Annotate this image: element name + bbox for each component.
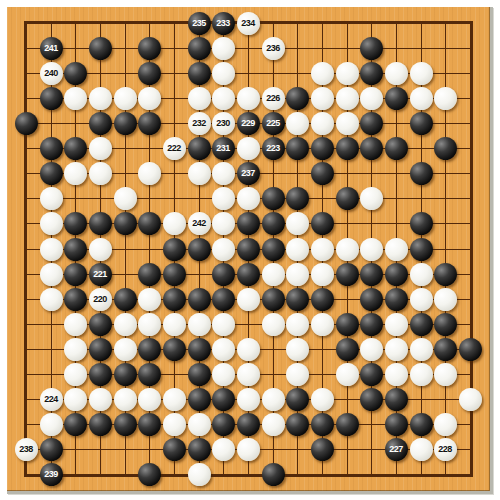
stone-black: 229 [237, 112, 260, 135]
move-number-label: 225 [266, 119, 280, 128]
stone-white [311, 87, 334, 110]
stone-white [188, 463, 211, 486]
stone-black [336, 187, 359, 210]
stone-white [336, 87, 359, 110]
move-number-label: 234 [241, 19, 255, 28]
stone-black [410, 162, 433, 185]
stone-black [188, 62, 211, 85]
stone-black [434, 338, 457, 361]
stone-black [114, 112, 137, 135]
stone-black [188, 137, 211, 160]
stone-white [262, 413, 285, 436]
stone-white [360, 338, 383, 361]
stone-black [138, 463, 161, 486]
stone-white [237, 137, 260, 160]
stone-black [336, 413, 359, 436]
stone-white [212, 338, 235, 361]
stone-white [212, 363, 235, 386]
stone-white [286, 238, 309, 261]
stone-black [262, 238, 285, 261]
move-number-label: 239 [44, 470, 58, 479]
move-number-label: 223 [266, 144, 280, 153]
stone-white [40, 288, 63, 311]
stone-black [163, 288, 186, 311]
stone-white [286, 263, 309, 286]
stone-white [188, 162, 211, 185]
stone-white [262, 388, 285, 411]
move-number-label: 233 [216, 19, 230, 28]
stone-white [163, 212, 186, 235]
move-number-label: 221 [93, 270, 107, 279]
stone-white [434, 87, 457, 110]
stone-black [360, 137, 383, 160]
stone-white [311, 112, 334, 135]
stone-black [138, 263, 161, 286]
move-number-label: 240 [44, 69, 58, 78]
stone-white [459, 388, 482, 411]
move-number-label: 238 [19, 445, 33, 454]
stone-black [163, 438, 186, 461]
move-number-label: 231 [216, 144, 230, 153]
move-number-label: 232 [192, 119, 206, 128]
stone-black [459, 338, 482, 361]
stone-black [188, 238, 211, 261]
stone-black [15, 112, 38, 135]
stone-white [64, 338, 87, 361]
stone-black [262, 187, 285, 210]
stone-white [286, 363, 309, 386]
stone-white [40, 238, 63, 261]
stone-black [237, 263, 260, 286]
stone-white [237, 288, 260, 311]
stone-black [188, 388, 211, 411]
stone-black [64, 288, 87, 311]
stone-black [262, 288, 285, 311]
stone-white [385, 62, 408, 85]
stone-white [212, 62, 235, 85]
stone-white [212, 313, 235, 336]
stone-black [262, 212, 285, 235]
stone-black [311, 438, 334, 461]
stone-black [385, 137, 408, 160]
stone-black [385, 263, 408, 286]
stone-white [286, 313, 309, 336]
stone-white [237, 438, 260, 461]
stone-black: 225 [262, 112, 285, 135]
move-number-label: 220 [93, 295, 107, 304]
stone-white [188, 413, 211, 436]
stone-black [40, 87, 63, 110]
stone-black [114, 288, 137, 311]
stone-black [311, 162, 334, 185]
stone-black [434, 137, 457, 160]
stone-black [40, 438, 63, 461]
stone-black: 241 [40, 37, 63, 60]
stone-black [89, 212, 112, 235]
stone-black: 233 [212, 12, 235, 35]
stone-black [360, 313, 383, 336]
stone-black [286, 413, 309, 436]
stone-white [311, 263, 334, 286]
stone-black [360, 112, 383, 135]
stone-black [360, 263, 383, 286]
stone-black: 223 [262, 137, 285, 160]
stone-white: 220 [89, 288, 112, 311]
stone-black [286, 87, 309, 110]
stone-black [188, 363, 211, 386]
stone-black [385, 288, 408, 311]
move-number-label: 230 [216, 119, 230, 128]
stone-white [434, 363, 457, 386]
go-app-page: 2352332342412362402262322302292252222312… [0, 0, 500, 500]
stone-black [360, 363, 383, 386]
stone-black [237, 212, 260, 235]
stone-black [163, 238, 186, 261]
stone-white [114, 338, 137, 361]
stone-black: 239 [40, 463, 63, 486]
stone-black [311, 212, 334, 235]
stone-black [188, 338, 211, 361]
stone-black: 237 [237, 162, 260, 185]
stone-black [138, 62, 161, 85]
stone-black [64, 238, 87, 261]
stone-black [237, 413, 260, 436]
stone-black [138, 112, 161, 135]
stone-white [385, 363, 408, 386]
stone-black [212, 388, 235, 411]
stone-black [286, 137, 309, 160]
stone-white [336, 363, 359, 386]
stone-white [360, 238, 383, 261]
stone-black [138, 338, 161, 361]
stone-black [385, 87, 408, 110]
move-number-label: 242 [192, 219, 206, 228]
stone-black [434, 263, 457, 286]
move-number-label: 226 [266, 94, 280, 103]
stone-black [360, 288, 383, 311]
stone-white [138, 162, 161, 185]
stone-black [336, 137, 359, 160]
stone-black [385, 413, 408, 436]
stone-black [64, 413, 87, 436]
stone-white [114, 187, 137, 210]
stone-white [410, 438, 433, 461]
stone-white [410, 263, 433, 286]
stone-white [360, 87, 383, 110]
stone-black [188, 37, 211, 60]
stone-black [336, 338, 359, 361]
stone-white [163, 388, 186, 411]
stone-white [311, 388, 334, 411]
stone-white [89, 137, 112, 160]
stone-black [410, 238, 433, 261]
stone-white [212, 238, 235, 261]
stone-white [138, 388, 161, 411]
move-number-label: 235 [192, 19, 206, 28]
stone-black [138, 363, 161, 386]
stone-black [138, 413, 161, 436]
stone-white: 238 [15, 438, 38, 461]
stone-black [286, 388, 309, 411]
stone-white [40, 263, 63, 286]
stone-white: 230 [212, 112, 235, 135]
move-number-label: 241 [44, 44, 58, 53]
stone-black: 235 [188, 12, 211, 35]
stone-white: 232 [188, 112, 211, 135]
stone-white [434, 413, 457, 436]
stone-black [336, 263, 359, 286]
stone-black [114, 212, 137, 235]
stone-white [410, 62, 433, 85]
stone-white [311, 313, 334, 336]
stone-black [163, 338, 186, 361]
stone-white [163, 413, 186, 436]
stone-white [385, 238, 408, 261]
stone-white [212, 212, 235, 235]
stone-black [64, 263, 87, 286]
stone-white [434, 288, 457, 311]
stone-white [410, 87, 433, 110]
stone-white [212, 162, 235, 185]
stone-black [89, 413, 112, 436]
stone-black: 231 [212, 137, 235, 160]
stone-black [40, 162, 63, 185]
stone-white: 222 [163, 137, 186, 160]
stone-black [360, 388, 383, 411]
stone-white [212, 187, 235, 210]
stone-black [114, 413, 137, 436]
stone-black [64, 62, 87, 85]
stone-black [212, 288, 235, 311]
stone-white [40, 187, 63, 210]
stone-black [188, 438, 211, 461]
stone-black [114, 363, 137, 386]
stone-white [212, 37, 235, 60]
stone-white [64, 388, 87, 411]
stone-white [286, 338, 309, 361]
stone-black [212, 263, 235, 286]
stone-black [237, 238, 260, 261]
stone-white [237, 187, 260, 210]
stone-black [385, 388, 408, 411]
stone-white: 224 [40, 388, 63, 411]
stone-black [64, 137, 87, 160]
stone-white: 240 [40, 62, 63, 85]
stone-white [262, 263, 285, 286]
stone-white: 226 [262, 87, 285, 110]
stone-white [64, 363, 87, 386]
stone-white [385, 313, 408, 336]
stone-white [212, 87, 235, 110]
stone-white [114, 388, 137, 411]
stone-white: 228 [434, 438, 457, 461]
stone-white [64, 87, 87, 110]
stone-white [286, 112, 309, 135]
stone-black [188, 288, 211, 311]
stone-black [410, 413, 433, 436]
stone-black [311, 137, 334, 160]
move-number-label: 236 [266, 44, 280, 53]
stone-black [89, 112, 112, 135]
stone-white [89, 388, 112, 411]
stone-black [434, 313, 457, 336]
stone-black [286, 288, 309, 311]
stone-black [138, 37, 161, 60]
stone-black [410, 313, 433, 336]
stone-black: 221 [89, 263, 112, 286]
stone-black [163, 263, 186, 286]
stone-white [237, 87, 260, 110]
stone-white [138, 87, 161, 110]
stone-black [410, 212, 433, 235]
stone-white [336, 62, 359, 85]
stone-white [89, 162, 112, 185]
stone-black [64, 212, 87, 235]
stone-white [311, 62, 334, 85]
stone-black [138, 212, 161, 235]
stone-black [212, 413, 235, 436]
stone-black [311, 413, 334, 436]
stone-white [40, 212, 63, 235]
stone-black [89, 313, 112, 336]
stone-black [89, 338, 112, 361]
stone-white [114, 87, 137, 110]
stone-white [360, 187, 383, 210]
stone-white [188, 87, 211, 110]
stone-white [114, 313, 137, 336]
move-number-label: 222 [167, 144, 181, 153]
stone-black [89, 37, 112, 60]
stone-black [262, 463, 285, 486]
stone-white [138, 288, 161, 311]
stone-white [237, 388, 260, 411]
move-number-label: 237 [241, 169, 255, 178]
stone-black [360, 62, 383, 85]
stone-white [163, 313, 186, 336]
move-number-label: 227 [389, 445, 403, 454]
move-number-label: 228 [438, 445, 452, 454]
stone-white [64, 313, 87, 336]
stone-black [311, 288, 334, 311]
stone-white [237, 363, 260, 386]
stone-black [286, 187, 309, 210]
stone-white [410, 288, 433, 311]
stone-white [311, 238, 334, 261]
stone-white [89, 87, 112, 110]
stone-white [336, 238, 359, 261]
stone-white [40, 413, 63, 436]
stone-white: 242 [188, 212, 211, 235]
stone-white [212, 438, 235, 461]
stone-white [385, 338, 408, 361]
stone-white [138, 313, 161, 336]
stone-white [262, 313, 285, 336]
stone-white [410, 363, 433, 386]
move-number-label: 224 [44, 395, 58, 404]
stone-white [336, 112, 359, 135]
stone-white [64, 162, 87, 185]
stone-white [89, 238, 112, 261]
stone-white [410, 338, 433, 361]
stone-black [360, 37, 383, 60]
goban[interactable]: 2352332342412362402262322302292252222312… [7, 7, 493, 494]
stone-black [89, 363, 112, 386]
stone-black: 227 [385, 438, 408, 461]
stone-white [286, 212, 309, 235]
stone-black [40, 137, 63, 160]
stone-black [410, 112, 433, 135]
stone-white [237, 338, 260, 361]
stone-white [188, 313, 211, 336]
move-number-label: 229 [241, 119, 255, 128]
stone-white: 236 [262, 37, 285, 60]
stone-white: 234 [237, 12, 260, 35]
stone-black [336, 313, 359, 336]
